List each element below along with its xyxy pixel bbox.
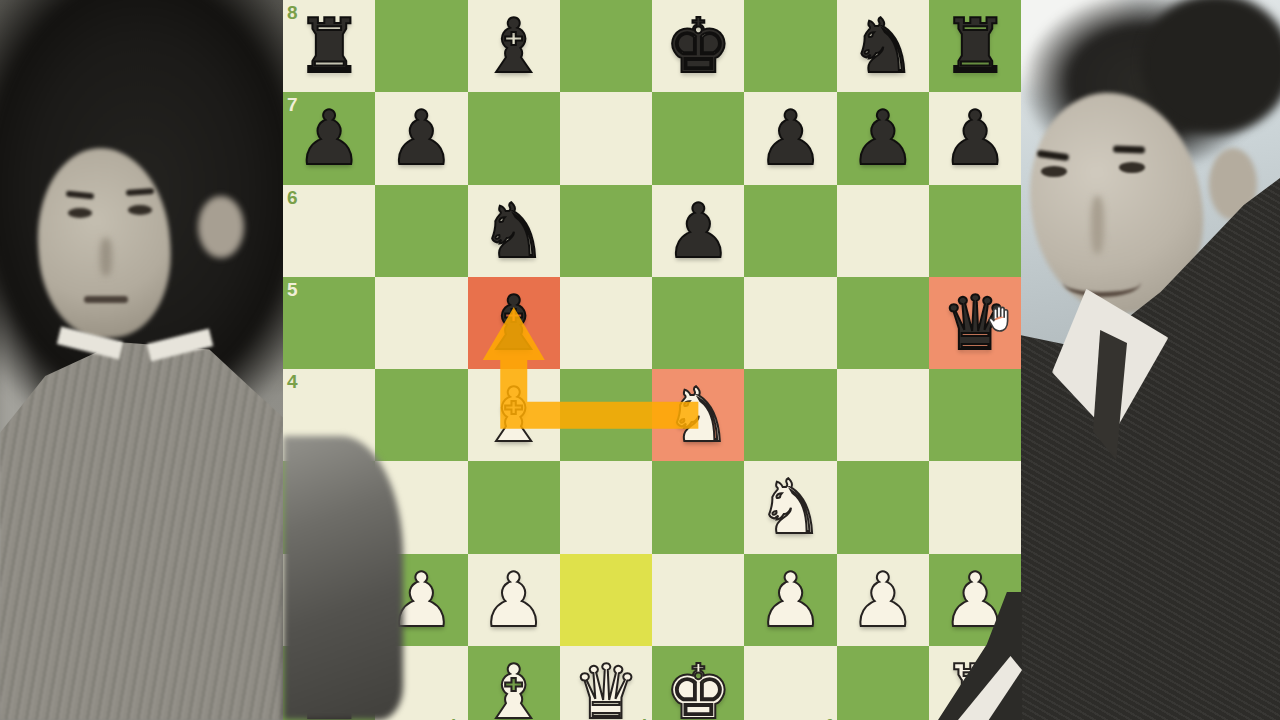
square-c3[interactable] — [468, 461, 560, 553]
piece-white-q-d1[interactable]: ♛ — [560, 646, 652, 720]
piece-black-p-e6[interactable]: ♟ — [652, 185, 744, 277]
square-h3[interactable] — [929, 461, 1021, 553]
square-f3[interactable]: ♞ — [744, 461, 836, 553]
square-f7[interactable]: ♟ — [744, 92, 836, 184]
square-a5[interactable]: 5 — [283, 277, 375, 369]
square-a8[interactable]: 8♜ — [283, 0, 375, 92]
square-h4[interactable] — [929, 369, 1021, 461]
video-frame: 8♜♝♚♞♜7♟♟♟♟♟6♞♟5♝♛4♝♞♞♟♟♟♟♟♟♜b♝d♛e♚fg♜ — [0, 0, 1280, 720]
rank-label-5: 5 — [287, 280, 298, 299]
mouth — [1063, 268, 1141, 297]
square-f6[interactable] — [744, 185, 836, 277]
piece-black-r-a8[interactable]: ♜ — [283, 0, 375, 92]
square-d6[interactable] — [560, 185, 652, 277]
square-c8[interactable]: ♝ — [468, 0, 560, 92]
square-c2[interactable]: ♟ — [468, 554, 560, 646]
piece-black-b-c5[interactable]: ♝ — [468, 277, 560, 369]
square-d8[interactable] — [560, 0, 652, 92]
square-b7[interactable]: ♟ — [375, 92, 467, 184]
piece-white-b-c4[interactable]: ♝ — [468, 369, 560, 461]
square-f4[interactable] — [744, 369, 836, 461]
square-h6[interactable] — [929, 185, 1021, 277]
square-h7[interactable]: ♟ — [929, 92, 1021, 184]
square-f1[interactable]: f — [744, 646, 836, 720]
square-g5[interactable] — [837, 277, 929, 369]
piece-white-p-c2[interactable]: ♟ — [468, 554, 560, 646]
piece-black-p-g7[interactable]: ♟ — [837, 92, 929, 184]
photo-young-player — [0, 0, 283, 720]
nose — [1091, 196, 1104, 254]
square-d5[interactable] — [560, 277, 652, 369]
piece-black-p-b7[interactable]: ♟ — [375, 92, 467, 184]
piece-black-p-a7[interactable]: ♟ — [283, 92, 375, 184]
rank-label-4: 4 — [287, 372, 298, 391]
rank-label-6: 6 — [287, 188, 298, 207]
eye — [68, 208, 92, 218]
square-a6[interactable]: 6 — [283, 185, 375, 277]
piece-white-n-e4[interactable]: ♞ — [652, 369, 744, 461]
square-c1[interactable]: ♝ — [468, 646, 560, 720]
square-e7[interactable] — [652, 92, 744, 184]
ear — [198, 196, 244, 258]
square-e5[interactable] — [652, 277, 744, 369]
square-g7[interactable]: ♟ — [837, 92, 929, 184]
square-e3[interactable] — [652, 461, 744, 553]
piece-white-b-c1[interactable]: ♝ — [468, 646, 560, 720]
sweater — [0, 342, 283, 720]
square-b6[interactable] — [375, 185, 467, 277]
square-f5[interactable] — [744, 277, 836, 369]
square-g4[interactable] — [837, 369, 929, 461]
square-g3[interactable] — [837, 461, 929, 553]
piece-white-k-e1[interactable]: ♚ — [652, 646, 744, 720]
square-g1[interactable]: g — [837, 646, 929, 720]
square-e8[interactable]: ♚ — [652, 0, 744, 92]
square-d4[interactable] — [560, 369, 652, 461]
square-d2[interactable] — [560, 554, 652, 646]
piece-white-p-f2[interactable]: ♟ — [744, 554, 836, 646]
square-e2[interactable] — [652, 554, 744, 646]
square-d1[interactable]: d♛ — [560, 646, 652, 720]
square-g2[interactable]: ♟ — [837, 554, 929, 646]
square-g6[interactable] — [837, 185, 929, 277]
eye — [128, 205, 152, 215]
mouth — [84, 296, 128, 303]
piece-white-p-g2[interactable]: ♟ — [837, 554, 929, 646]
photo-overlap-hair — [283, 436, 403, 720]
nose — [100, 238, 112, 276]
square-c6[interactable]: ♞ — [468, 185, 560, 277]
square-f8[interactable] — [744, 0, 836, 92]
piece-black-n-g8[interactable]: ♞ — [837, 0, 929, 92]
square-a7[interactable]: 7♟ — [283, 92, 375, 184]
square-c7[interactable] — [468, 92, 560, 184]
square-c5[interactable]: ♝ — [468, 277, 560, 369]
piece-black-n-c6[interactable]: ♞ — [468, 185, 560, 277]
file-label-f: f — [825, 716, 831, 720]
square-h8[interactable]: ♜ — [929, 0, 1021, 92]
piece-white-n-f3[interactable]: ♞ — [744, 461, 836, 553]
square-e1[interactable]: e♚ — [652, 646, 744, 720]
square-b4[interactable] — [375, 369, 467, 461]
square-d3[interactable] — [560, 461, 652, 553]
square-g8[interactable]: ♞ — [837, 0, 929, 92]
square-e6[interactable]: ♟ — [652, 185, 744, 277]
piece-black-p-f7[interactable]: ♟ — [744, 92, 836, 184]
piece-black-p-h7[interactable]: ♟ — [929, 92, 1021, 184]
eye — [1041, 166, 1067, 177]
file-label-b: b — [451, 716, 463, 720]
square-d7[interactable] — [560, 92, 652, 184]
square-b5[interactable] — [375, 277, 467, 369]
piece-black-r-h8[interactable]: ♜ — [929, 0, 1021, 92]
square-c4[interactable]: ♝ — [468, 369, 560, 461]
piece-black-k-e8[interactable]: ♚ — [652, 0, 744, 92]
file-label-g: g — [912, 716, 924, 720]
square-b8[interactable] — [375, 0, 467, 92]
square-h5[interactable]: ♛ — [929, 277, 1021, 369]
eyebrow — [1113, 145, 1145, 153]
piece-black-q-h5[interactable]: ♛ — [929, 277, 1021, 369]
eye — [1119, 162, 1145, 173]
photo-adult-player — [1021, 0, 1280, 720]
square-f2[interactable]: ♟ — [744, 554, 836, 646]
square-e4[interactable]: ♞ — [652, 369, 744, 461]
piece-black-b-c8[interactable]: ♝ — [468, 0, 560, 92]
